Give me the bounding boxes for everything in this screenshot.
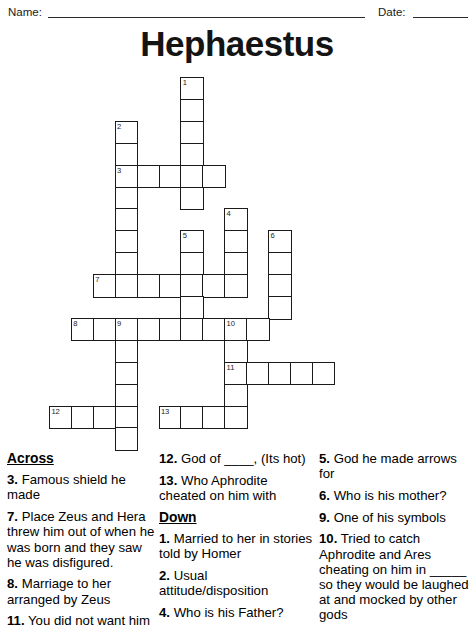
grid-cell-r15c2[interactable]: [93, 406, 117, 430]
clue-number-label: 11.: [7, 613, 25, 628]
grid-cell-r11c7[interactable]: [202, 318, 226, 342]
grid-cell-r16c3[interactable]: [115, 427, 139, 451]
grid-cell-r14c3[interactable]: [115, 384, 139, 408]
cell-number-12: 12: [51, 408, 59, 416]
cell-number-11: 11: [227, 364, 235, 372]
clue-number-label: 12.: [159, 451, 177, 466]
clue-2: 2. Usual attitude/disposition: [159, 568, 315, 598]
clue-number-label: 4.: [159, 605, 170, 620]
date-blank-line[interactable]: [413, 17, 468, 18]
clues-heading-down: Down: [159, 510, 315, 525]
grid-cell-r3c6[interactable]: [180, 143, 204, 167]
clue-7: 7. Place Zeus and Hera threw him out of …: [7, 509, 157, 570]
clue-column-3: 5. God he made arrows for6. Who is his m…: [319, 451, 473, 629]
cell-number-9: 9: [117, 320, 121, 328]
grid-cell-r4c5[interactable]: [159, 165, 183, 189]
clue-number-label: 1.: [159, 531, 170, 546]
clue-number-label: 10.: [319, 531, 337, 546]
grid-cell-r11c5[interactable]: [159, 318, 183, 342]
grid-cell-r9c6[interactable]: [180, 274, 204, 298]
grid-cell-r8c3[interactable]: [115, 252, 139, 276]
clue-number-label: 13.: [159, 473, 177, 488]
grid-cell-r9c8[interactable]: [224, 274, 248, 298]
grid-cell-r2c6[interactable]: [180, 121, 204, 145]
grid-cell-r13c9[interactable]: [246, 362, 270, 386]
clue-13: 13. Who Aphrodite cheated on him with: [159, 473, 315, 503]
grid-cell-r9c7[interactable]: [202, 274, 226, 298]
clue-10: 10. Tried to catch Aphrodite and Ares ch…: [319, 531, 473, 622]
grid-cell-r8c8[interactable]: [224, 252, 248, 276]
grid-cell-r7c3[interactable]: [115, 230, 139, 254]
grid-cell-r12c8[interactable]: [224, 340, 248, 364]
grid-cell-r4c4[interactable]: [137, 165, 161, 189]
cell-number-8: 8: [73, 320, 77, 328]
cell-number-10: 10: [227, 320, 235, 328]
cell-number-3: 3: [117, 167, 121, 175]
grid-cell-r7c8[interactable]: [224, 230, 248, 254]
grid-cell-r9c3[interactable]: [115, 274, 139, 298]
grid-cell-r11c6[interactable]: [180, 318, 204, 342]
clue-8: 8. Marriage to her arranged by Zeus: [7, 576, 157, 606]
cell-number-13: 13: [161, 408, 169, 416]
worksheet-page: { "game": "crossword", "title": "Hephaes…: [0, 0, 474, 629]
grid-cell-r15c6[interactable]: [180, 406, 204, 430]
clue-5: 5. God he made arrows for: [319, 451, 473, 481]
grid-cell-r4c6[interactable]: [180, 165, 204, 189]
grid-cell-r9c10[interactable]: [268, 274, 292, 298]
grid-cell-r14c8[interactable]: [224, 384, 248, 408]
grid-cell-r15c7[interactable]: [202, 406, 226, 430]
grid-cell-r15c3[interactable]: [115, 406, 139, 430]
grid-cell-r4c7[interactable]: [202, 165, 226, 189]
puzzle-title: Hephaestus: [0, 24, 474, 64]
cell-number-4: 4: [227, 210, 231, 218]
grid-cell-r8c6[interactable]: [180, 252, 204, 276]
clue-column-1: Across3. Famous shield he made7. Place Z…: [7, 451, 157, 629]
clue-number-label: 2.: [159, 568, 170, 583]
grid-cell-r5c6[interactable]: [180, 187, 204, 211]
clue-11: 11. You did not want him _____: [7, 613, 157, 629]
grid-cell-r5c3[interactable]: [115, 187, 139, 211]
clue-3: 3. Famous shield he made: [7, 472, 157, 502]
clue-number-label: 3.: [7, 472, 18, 487]
clue-column-2: 12. God of ____, (Its hot)13. Who Aphrod…: [159, 451, 315, 626]
grid-cell-r6c3[interactable]: [115, 208, 139, 232]
grid-cell-r13c12[interactable]: [312, 362, 336, 386]
clue-6: 6. Who is his mother?: [319, 488, 473, 503]
clue-1: 1. Married to her in stories told by Hom…: [159, 531, 315, 561]
grid-cell-r13c10[interactable]: [268, 362, 292, 386]
grid-cell-r11c9[interactable]: [246, 318, 270, 342]
cell-number-2: 2: [117, 123, 121, 131]
cell-number-7: 7: [95, 276, 99, 284]
clue-number-label: 7.: [7, 509, 18, 524]
grid-cell-r15c1[interactable]: [71, 406, 95, 430]
clue-number-label: 6.: [319, 488, 330, 503]
name-blank-line[interactable]: [48, 17, 365, 18]
grid-cell-r13c11[interactable]: [290, 362, 314, 386]
grid-cell-r9c5[interactable]: [159, 274, 183, 298]
grid-cell-r1c6[interactable]: [180, 99, 204, 123]
clue-12: 12. God of ____, (Its hot): [159, 451, 315, 466]
grid-cell-r13c3[interactable]: [115, 362, 139, 386]
grid-cell-r15c8[interactable]: [224, 406, 248, 430]
grid-cell-r3c3[interactable]: [115, 143, 139, 167]
clue-9: 9. One of his symbols: [319, 510, 473, 525]
cell-number-5: 5: [183, 232, 187, 240]
grid-cell-r10c10[interactable]: [268, 296, 292, 320]
grid-cell-r9c4[interactable]: [137, 274, 161, 298]
crossword-grid: 12345678910111213: [49, 77, 336, 452]
clue-4: 4. Who is his Father?: [159, 605, 315, 620]
cell-number-6: 6: [270, 232, 274, 240]
grid-cell-r12c3[interactable]: [115, 340, 139, 364]
cell-number-1: 1: [183, 79, 187, 87]
grid-cell-r8c10[interactable]: [268, 252, 292, 276]
grid-cell-r11c4[interactable]: [137, 318, 161, 342]
clues-heading-across: Across: [7, 451, 157, 466]
clue-number-label: 9.: [319, 510, 330, 525]
grid-cell-r10c6[interactable]: [180, 296, 204, 320]
clue-number-label: 5.: [319, 451, 330, 466]
date-label: Date:: [378, 6, 406, 18]
name-label: Name:: [8, 6, 42, 18]
clue-number-label: 8.: [7, 576, 18, 591]
grid-cell-r11c2[interactable]: [93, 318, 117, 342]
